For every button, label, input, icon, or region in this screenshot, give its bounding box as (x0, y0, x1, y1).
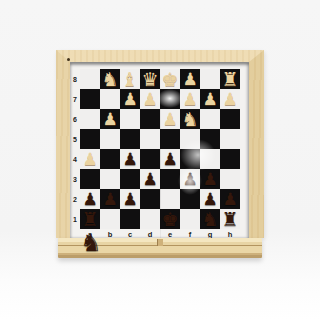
piece-white-pawn-b6: ♟ (102, 111, 117, 128)
square-a8 (80, 69, 100, 89)
piece-black-pawn-g2: ♟ (202, 191, 217, 208)
piece-black-pawn-h2: ♟ (222, 191, 237, 208)
square-d5 (140, 129, 160, 149)
piece-black-king-e1: ♚ (161, 210, 178, 229)
square-f3: ♟ (180, 169, 200, 189)
square-g4 (200, 149, 220, 169)
square-c3 (120, 169, 140, 189)
square-c1 (120, 209, 140, 229)
square-b6: ♟ (100, 109, 120, 129)
square-f7: ♟ (180, 89, 200, 109)
square-h1: ♜ (220, 209, 240, 229)
square-e2 (160, 189, 180, 209)
piece-black-pawn-d3: ♟ (142, 171, 157, 188)
square-g6 (200, 109, 220, 129)
square-a6 (80, 109, 100, 129)
square-c2: ♟ (120, 189, 140, 209)
square-a5 (80, 129, 100, 149)
square-f6: ♞ (180, 109, 200, 129)
piece-black-pawn-g3: ♟ (202, 171, 217, 188)
square-g7: ♟ (200, 89, 220, 109)
square-e3 (160, 169, 180, 189)
square-c4: ♟ (120, 149, 140, 169)
piece-white-bishop-c8: ♝ (121, 70, 138, 89)
square-h6 (220, 109, 240, 129)
square-b1 (100, 209, 120, 229)
square-f8: ♟ (180, 69, 200, 89)
square-d1 (140, 209, 160, 229)
square-c7: ♟ (120, 89, 140, 109)
square-b5 (100, 129, 120, 149)
square-b8: ♞ (100, 69, 120, 89)
piece-white-pawn-d7: ♟ (142, 91, 157, 108)
square-d2 (140, 189, 160, 209)
rank-label-7: 7 (70, 89, 80, 109)
rank-label-1: 1 (70, 209, 80, 229)
square-f5 (180, 129, 200, 149)
piece-white-pawn-f8: ♟ (182, 71, 197, 88)
square-h3 (220, 169, 240, 189)
piece-white-pawn-e6: ♟ (162, 111, 177, 128)
square-e5 (160, 129, 180, 149)
square-a1: ♜ (80, 209, 100, 229)
product-photo: 87654321 ♞♝♛♚♟♜♟♟♟♟♟♟♟♞♟♟♟♟♟♟♟♟♟♟♟♜♚♞♜ a… (0, 0, 320, 320)
square-f4 (180, 149, 200, 169)
square-b2: ♟ (100, 189, 120, 209)
piece-white-pawn-g7: ♟ (202, 91, 217, 108)
piece-black-pawn-c4: ♟ (122, 151, 137, 168)
piece-white-king-e8: ♚ (161, 70, 178, 89)
square-g8 (200, 69, 220, 89)
piece-white-pawn-f7: ♟ (182, 91, 197, 108)
rank-label-4: 4 (70, 149, 80, 169)
square-d3: ♟ (140, 169, 160, 189)
square-e6: ♟ (160, 109, 180, 129)
piece-black-pawn-a2: ♟ (82, 191, 97, 208)
chess-board-grid: ♞♝♛♚♟♜♟♟♟♟♟♟♟♞♟♟♟♟♟♟♟♟♟♟♟♜♚♞♜ (80, 69, 240, 229)
piece-black-rook-a1: ♜ (81, 210, 98, 229)
ledge-notch (157, 239, 163, 246)
rank-label-8: 8 (70, 69, 80, 89)
piece-black-pawn-c2: ♟ (122, 191, 137, 208)
square-d7: ♟ (140, 89, 160, 109)
tray-piece-black-knight: ♞ (79, 230, 103, 256)
square-a2: ♟ (80, 189, 100, 209)
square-b4 (100, 149, 120, 169)
piece-black-pawn-e4: ♟ (162, 151, 177, 168)
piece-white-knight-f6: ♞ (181, 110, 198, 129)
piece-black-knight-g1: ♞ (201, 210, 218, 229)
wood-knot (67, 58, 70, 61)
square-e7 (160, 89, 180, 109)
piece-black-pawn-f3: ♟ (182, 171, 197, 188)
rank-labels: 87654321 (70, 69, 80, 229)
piece-black-rook-h1: ♜ (221, 210, 238, 229)
square-a4: ♟ (80, 149, 100, 169)
square-d4 (140, 149, 160, 169)
rank-label-5: 5 (70, 129, 80, 149)
square-a3 (80, 169, 100, 189)
square-f2 (180, 189, 200, 209)
square-h7: ♟ (220, 89, 240, 109)
square-g5 (200, 129, 220, 149)
square-e4: ♟ (160, 149, 180, 169)
square-h4 (220, 149, 240, 169)
square-b3 (100, 169, 120, 189)
piece-white-rook-h8: ♜ (221, 70, 238, 89)
board-panel: 87654321 ♞♝♛♚♟♜♟♟♟♟♟♟♟♞♟♟♟♟♟♟♟♟♟♟♟♜♚♞♜ a… (70, 62, 249, 238)
piece-black-pawn-b2: ♟ (102, 191, 117, 208)
square-e1: ♚ (160, 209, 180, 229)
piece-white-knight-b8: ♞ (101, 70, 118, 89)
square-e8: ♚ (160, 69, 180, 89)
square-f1 (180, 209, 200, 229)
square-b7 (100, 89, 120, 109)
piece-white-pawn-a4: ♟ (82, 151, 97, 168)
square-g3: ♟ (200, 169, 220, 189)
square-h8: ♜ (220, 69, 240, 89)
square-c6 (120, 109, 140, 129)
square-d6 (140, 109, 160, 129)
square-h2: ♟ (220, 189, 240, 209)
rank-label-2: 2 (70, 189, 80, 209)
square-g2: ♟ (200, 189, 220, 209)
square-a7 (80, 89, 100, 109)
square-g1: ♞ (200, 209, 220, 229)
square-c8: ♝ (120, 69, 140, 89)
piece-white-pawn-h7: ♟ (222, 91, 237, 108)
square-d8: ♛ (140, 69, 160, 89)
piece-white-queen-d8: ♛ (141, 70, 158, 89)
piece-white-pawn-c7: ♟ (122, 91, 137, 108)
square-c5 (120, 129, 140, 149)
rank-label-3: 3 (70, 169, 80, 189)
square-h5 (220, 129, 240, 149)
rank-label-6: 6 (70, 109, 80, 129)
